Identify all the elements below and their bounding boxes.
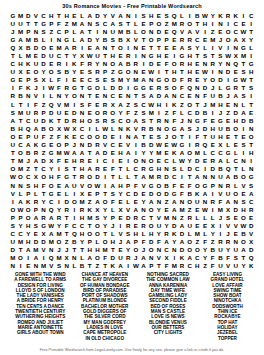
- grid-cell: R: [186, 76, 194, 84]
- grid-cell: G: [117, 68, 125, 76]
- grid-cell: A: [117, 60, 125, 68]
- grid-cell: A: [224, 173, 232, 181]
- grid-cell: S: [140, 92, 148, 100]
- grid-cell: I: [94, 157, 102, 165]
- grid-cell: T: [101, 230, 109, 238]
- grid-cell: H: [147, 11, 155, 19]
- grid-cell: L: [71, 35, 79, 43]
- grid-cell: V: [101, 141, 109, 149]
- grid-cell: A: [232, 35, 240, 43]
- grid-cell: A: [117, 262, 125, 270]
- grid-cell: L: [124, 197, 132, 205]
- grid-cell: W: [17, 205, 25, 213]
- grid-cell: H: [94, 246, 102, 254]
- grid-cell: K: [86, 205, 94, 213]
- grid-cell: A: [170, 205, 178, 213]
- grid-cell: E: [170, 43, 178, 51]
- grid-cell: P: [147, 262, 155, 270]
- grid-cell: W: [147, 68, 155, 76]
- grid-cell: N: [124, 132, 132, 140]
- grid-cell: N: [201, 197, 209, 205]
- grid-cell: M: [40, 262, 48, 270]
- grid-cell: L: [140, 230, 148, 238]
- word-list: GONE WITH THE WINDA FAREWELL TO ARMSDESI…: [0, 272, 264, 341]
- grid-cell: F: [86, 100, 94, 108]
- grid-cell: A: [47, 213, 55, 221]
- grid-cell: S: [78, 100, 86, 108]
- grid-cell: R: [132, 60, 140, 68]
- grid-cell: S: [109, 35, 117, 43]
- grid-cell: R: [194, 141, 202, 149]
- grid-cell: I: [209, 43, 217, 51]
- grid-cell: I: [24, 100, 32, 108]
- grid-cell: P: [63, 27, 71, 35]
- grid-cell: Q: [201, 141, 209, 149]
- grid-cell: B: [201, 108, 209, 116]
- grid-cell: N: [101, 60, 109, 68]
- grid-cell: S: [9, 221, 17, 229]
- grid-cell: A: [78, 35, 86, 43]
- grid-cell: M: [17, 165, 25, 173]
- grid-cell: B: [140, 141, 148, 149]
- grid-cell: U: [9, 68, 17, 76]
- grid-cell: G: [240, 43, 248, 51]
- grid-cell: B: [147, 124, 155, 132]
- grid-cell: N: [224, 60, 232, 68]
- grid-cell: O: [47, 124, 55, 132]
- grid-cell: E: [17, 76, 25, 84]
- grid-cell: A: [186, 254, 194, 262]
- grid-cell: O: [170, 132, 178, 140]
- grid-cell: A: [24, 141, 32, 149]
- grid-cell: A: [240, 108, 248, 116]
- grid-cell: M: [209, 100, 217, 108]
- grid-cell: N: [78, 92, 86, 100]
- grid-cell: A: [86, 165, 94, 173]
- grid-cell: J: [224, 92, 232, 100]
- grid-cell: O: [9, 132, 17, 140]
- grid-cell: D: [178, 246, 186, 254]
- grid-cell: R: [32, 108, 40, 116]
- grid-cell: B: [194, 11, 202, 19]
- grid-cell: H: [47, 11, 55, 19]
- grid-cell: D: [71, 108, 79, 116]
- grid-cell: M: [117, 76, 125, 84]
- grid-cell: V: [40, 246, 48, 254]
- grid-cell: R: [209, 157, 217, 165]
- grid-cell: I: [217, 230, 225, 238]
- grid-cell: H: [32, 181, 40, 189]
- grid-cell: S: [117, 19, 125, 27]
- grid-cell: F: [201, 92, 209, 100]
- grid-cell: X: [17, 43, 25, 51]
- grid-cell: I: [101, 173, 109, 181]
- grid-cell: G: [40, 221, 48, 229]
- grid-cell: H: [155, 100, 163, 108]
- grid-cell: Y: [140, 149, 148, 157]
- grid-cell: D: [170, 221, 178, 229]
- grid-cell: V: [132, 124, 140, 132]
- grid-cell: F: [101, 254, 109, 262]
- grid-cell: C: [117, 116, 125, 124]
- grid-cell: P: [32, 205, 40, 213]
- word-column: GONE WITH THE WINDA FAREWELL TO ARMSDESI…: [8, 272, 72, 341]
- grid-cell: S: [55, 68, 63, 76]
- grid-cell: N: [217, 68, 225, 76]
- grid-cell: S: [94, 19, 102, 27]
- word-item: A FAREWELL TO ARMS: [8, 277, 72, 282]
- grid-cell: I: [47, 35, 55, 43]
- grid-cell: D: [132, 189, 140, 197]
- grid-cell: Q: [9, 43, 17, 51]
- grid-cell: V: [78, 181, 86, 189]
- grid-cell: H: [63, 11, 71, 19]
- grid-cell: D: [224, 68, 232, 76]
- grid-cell: F: [186, 181, 194, 189]
- grid-cell: Y: [140, 197, 148, 205]
- grid-cell: P: [40, 108, 48, 116]
- grid-cell: J: [9, 27, 17, 35]
- grid-cell: O: [186, 197, 194, 205]
- grid-cell: X: [209, 221, 217, 229]
- grid-cell: M: [55, 43, 63, 51]
- grid-cell: N: [178, 197, 186, 205]
- grid-cell: M: [170, 19, 178, 27]
- grid-cell: Y: [124, 246, 132, 254]
- grid-cell: T: [86, 262, 94, 270]
- grid-cell: S: [40, 27, 48, 35]
- grid-cell: O: [40, 173, 48, 181]
- grid-cell: D: [163, 189, 171, 197]
- grid-cell: Z: [194, 238, 202, 246]
- grid-cell: I: [71, 213, 79, 221]
- grid-cell: F: [78, 60, 86, 68]
- grid-cell: O: [86, 132, 94, 140]
- grid-cell: Z: [209, 238, 217, 246]
- grid-cell: N: [217, 181, 225, 189]
- grid-cell: D: [32, 238, 40, 246]
- grid-cell: Y: [201, 76, 209, 84]
- grid-cell: G: [147, 165, 155, 173]
- grid-cell: H: [201, 19, 209, 27]
- grid-cell: E: [217, 27, 225, 35]
- grid-cell: A: [109, 19, 117, 27]
- grid-cell: T: [247, 76, 255, 84]
- grid-cell: U: [155, 221, 163, 229]
- grid-cell: L: [109, 124, 117, 132]
- grid-cell: E: [47, 60, 55, 68]
- grid-cell: L: [178, 108, 186, 116]
- grid-cell: D: [63, 116, 71, 124]
- grid-cell: W: [224, 51, 232, 59]
- grid-cell: Q: [232, 60, 240, 68]
- grid-cell: Y: [155, 205, 163, 213]
- grid-cell: L: [201, 213, 209, 221]
- grid-cell: D: [40, 157, 48, 165]
- grid-cell: G: [9, 76, 17, 84]
- grid-cell: X: [63, 254, 71, 262]
- grid-cell: A: [232, 92, 240, 100]
- grid-cell: S: [109, 116, 117, 124]
- grid-cell: Y: [101, 221, 109, 229]
- grid-cell: V: [47, 262, 55, 270]
- grid-cell: G: [86, 84, 94, 92]
- grid-cell: E: [178, 181, 186, 189]
- grid-cell: P: [63, 141, 71, 149]
- grid-cell: E: [32, 51, 40, 59]
- grid-cell: U: [217, 262, 225, 270]
- grid-cell: E: [63, 157, 71, 165]
- grid-cell: O: [170, 84, 178, 92]
- grid-cell: P: [24, 132, 32, 140]
- grid-cell: I: [140, 60, 148, 68]
- grid-cell: O: [86, 230, 94, 238]
- grid-cell: B: [217, 254, 225, 262]
- grid-cell: Y: [47, 165, 55, 173]
- grid-cell: X: [217, 141, 225, 149]
- grid-cell: V: [247, 230, 255, 238]
- grid-cell: D: [109, 254, 117, 262]
- grid-cell: Y: [117, 108, 125, 116]
- grid-cell: W: [240, 221, 248, 229]
- grid-cell: Z: [224, 108, 232, 116]
- grid-cell: I: [63, 60, 71, 68]
- grid-cell: H: [78, 116, 86, 124]
- grid-cell: T: [101, 262, 109, 270]
- grid-cell: N: [101, 43, 109, 51]
- grid-cell: L: [109, 205, 117, 213]
- grid-cell: C: [163, 246, 171, 254]
- grid-cell: G: [9, 11, 17, 19]
- grid-cell: R: [101, 116, 109, 124]
- grid-cell: Y: [201, 246, 209, 254]
- grid-cell: X: [78, 51, 86, 59]
- grid-cell: Z: [86, 197, 94, 205]
- grid-cell: L: [201, 149, 209, 157]
- grid-cell: N: [232, 197, 240, 205]
- grid-cell: D: [63, 197, 71, 205]
- grid-cell: D: [32, 43, 40, 51]
- word-item: THE GAY DIVORCEE: [72, 277, 136, 282]
- grid-cell: R: [132, 213, 140, 221]
- grid-cell: S: [140, 11, 148, 19]
- grid-cell: R: [209, 60, 217, 68]
- grid-cell: R: [124, 254, 132, 262]
- grid-cell: I: [71, 205, 79, 213]
- grid-cell: T: [109, 246, 117, 254]
- grid-cell: B: [24, 149, 32, 157]
- grid-cell: F: [140, 238, 148, 246]
- grid-cell: T: [71, 246, 79, 254]
- grid-cell: S: [86, 68, 94, 76]
- grid-cell: R: [247, 205, 255, 213]
- grid-cell: R: [186, 213, 194, 221]
- grid-cell: E: [47, 141, 55, 149]
- grid-cell: T: [240, 60, 248, 68]
- grid-cell: Y: [209, 230, 217, 238]
- grid-cell: B: [209, 246, 217, 254]
- grid-cell: F: [109, 165, 117, 173]
- grid-cell: O: [94, 84, 102, 92]
- grid-cell: I: [209, 205, 217, 213]
- grid-cell: N: [47, 246, 55, 254]
- grid-cell: L: [247, 43, 255, 51]
- grid-cell: V: [240, 181, 248, 189]
- grid-cell: J: [178, 116, 186, 124]
- grid-cell: Y: [201, 254, 209, 262]
- grid-cell: C: [194, 254, 202, 262]
- grid-cell: A: [32, 124, 40, 132]
- grid-cell: L: [63, 189, 71, 197]
- grid-cell: E: [201, 35, 209, 43]
- grid-cell: N: [86, 19, 94, 27]
- grid-cell: F: [55, 173, 63, 181]
- grid-cell: S: [94, 116, 102, 124]
- grid-cell: A: [109, 181, 117, 189]
- grid-cell: S: [247, 84, 255, 92]
- grid-cell: I: [124, 262, 132, 270]
- grid-cell: L: [9, 100, 17, 108]
- grid-cell: E: [147, 84, 155, 92]
- word-item: TOPPER: [199, 336, 256, 341]
- grid-cell: O: [17, 254, 25, 262]
- word-item: GIRLS ABOUT TOWN: [8, 330, 72, 335]
- grid-cell: L: [232, 181, 240, 189]
- grid-cell: M: [101, 246, 109, 254]
- grid-cell: A: [47, 230, 55, 238]
- grid-cell: N: [132, 43, 140, 51]
- grid-cell: E: [240, 132, 248, 140]
- grid-cell: X: [17, 68, 25, 76]
- grid-cell: S: [163, 84, 171, 92]
- grid-cell: H: [117, 149, 125, 157]
- grid-cell: O: [147, 205, 155, 213]
- grid-cell: O: [9, 205, 17, 213]
- grid-cell: W: [155, 141, 163, 149]
- grid-cell: Y: [170, 238, 178, 246]
- grid-cell: Y: [63, 92, 71, 100]
- grid-cell: S: [240, 68, 248, 76]
- grid-cell: O: [24, 205, 32, 213]
- grid-cell: B: [124, 60, 132, 68]
- grid-cell: I: [17, 262, 25, 270]
- grid-cell: E: [86, 157, 94, 165]
- grid-cell: Z: [163, 197, 171, 205]
- grid-cell: A: [147, 197, 155, 205]
- grid-cell: T: [194, 19, 202, 27]
- grid-cell: H: [47, 173, 55, 181]
- grid-cell: F: [163, 262, 171, 270]
- grid-cell: F: [224, 254, 232, 262]
- grid-cell: H: [17, 124, 25, 132]
- grid-cell: T: [32, 19, 40, 27]
- grid-cell: C: [78, 132, 86, 140]
- page-title: 30s Romance Movies - Free Printable Word…: [0, 3, 264, 9]
- grid-cell: C: [247, 11, 255, 19]
- grid-cell: M: [71, 19, 79, 27]
- grid-cell: C: [101, 157, 109, 165]
- grid-cell: Y: [55, 221, 63, 229]
- grid-cell: S: [232, 254, 240, 262]
- grid-cell: T: [86, 149, 94, 157]
- grid-cell: I: [240, 124, 248, 132]
- grid-cell: E: [194, 68, 202, 76]
- grid-cell: M: [63, 100, 71, 108]
- grid-cell: T: [78, 84, 86, 92]
- word-item: IN OLD CHICAGO: [72, 336, 136, 341]
- grid-cell: A: [178, 149, 186, 157]
- grid-cell: F: [55, 84, 63, 92]
- grid-cell: C: [78, 221, 86, 229]
- grid-cell: T: [109, 43, 117, 51]
- grid-cell: A: [140, 173, 148, 181]
- grid-cell: Y: [240, 262, 248, 270]
- grid-cell: Y: [147, 149, 155, 157]
- grid-cell: O: [32, 68, 40, 76]
- grid-cell: O: [47, 181, 55, 189]
- grid-cell: N: [194, 84, 202, 92]
- grid-cell: Q: [47, 205, 55, 213]
- grid-cell: P: [9, 213, 17, 221]
- grid-cell: A: [17, 35, 25, 43]
- grid-cell: S: [94, 213, 102, 221]
- grid-cell: T: [101, 189, 109, 197]
- grid-cell: F: [170, 181, 178, 189]
- grid-cell: H: [132, 230, 140, 238]
- grid-cell: J: [209, 84, 217, 92]
- grid-cell: T: [101, 51, 109, 59]
- grid-cell: H: [24, 238, 32, 246]
- grid-cell: M: [209, 35, 217, 43]
- grid-cell: T: [232, 165, 240, 173]
- grid-cell: R: [63, 205, 71, 213]
- grid-cell: V: [140, 181, 148, 189]
- grid-cell: D: [94, 11, 102, 19]
- grid-cell: G: [40, 141, 48, 149]
- grid-cell: L: [47, 76, 55, 84]
- grid-cell: E: [117, 157, 125, 165]
- grid-cell: T: [86, 27, 94, 35]
- grid-cell: U: [117, 254, 125, 262]
- grid-cell: E: [109, 132, 117, 140]
- grid-cell: E: [209, 116, 217, 124]
- grid-cell: L: [217, 84, 225, 92]
- grid-cell: S: [247, 181, 255, 189]
- grid-cell: G: [247, 173, 255, 181]
- grid-cell: U: [32, 60, 40, 68]
- grid-cell: E: [71, 11, 79, 19]
- grid-cell: C: [247, 197, 255, 205]
- grid-cell: E: [17, 132, 25, 140]
- grid-cell: N: [232, 43, 240, 51]
- grid-cell: X: [71, 124, 79, 132]
- grid-cell: Y: [117, 189, 125, 197]
- grid-cell: Z: [109, 68, 117, 76]
- grid-cell: I: [170, 51, 178, 59]
- grid-cell: J: [109, 221, 117, 229]
- grid-cell: E: [247, 108, 255, 116]
- grid-cell: C: [86, 76, 94, 84]
- grid-cell: E: [155, 11, 163, 19]
- grid-cell: K: [178, 254, 186, 262]
- grid-cell: Q: [47, 254, 55, 262]
- grid-cell: F: [155, 238, 163, 246]
- grid-cell: H: [86, 246, 94, 254]
- grid-cell: K: [71, 60, 79, 68]
- grid-cell: Y: [209, 11, 217, 19]
- grid-cell: I: [170, 254, 178, 262]
- grid-cell: D: [47, 108, 55, 116]
